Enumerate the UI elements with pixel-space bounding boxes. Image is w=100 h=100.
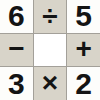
grid-cell-r2c3-plus-operator: +: [67, 34, 100, 67]
grid-cell-r1c3-number-5: 5: [67, 0, 100, 33]
grid-cell-r2c2-empty-answer-cell[interactable]: [34, 34, 67, 67]
grid-cell-r1c1-number-6: 6: [0, 0, 33, 33]
grid-cell-r3c3-number-2: 2: [67, 67, 100, 100]
puzzle-grid: 6 ÷ 5 − + 3 × 2: [0, 0, 100, 100]
grid-cell-r1c2-divide-operator: ÷: [34, 0, 67, 33]
grid-cell-r3c1-number-3: 3: [0, 67, 33, 100]
grid-cell-r2c1-minus-operator: −: [0, 34, 33, 67]
grid-cell-r3c2-multiply-operator: ×: [34, 67, 67, 100]
